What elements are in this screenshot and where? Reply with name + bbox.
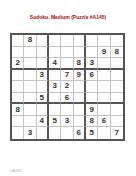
sudoku-cell-r7c4 bbox=[49, 104, 61, 116]
sudoku-cell-r5c8 bbox=[98, 81, 110, 93]
sudoku-cell-r7c7: 9 bbox=[86, 104, 98, 116]
sudoku-cell-r7c1: 8 bbox=[12, 104, 24, 116]
sudoku-cell-r1c6 bbox=[74, 35, 86, 47]
sudoku-cell-r4c6: 9 bbox=[74, 70, 86, 82]
sudoku-cell-r7c8 bbox=[98, 104, 110, 116]
sudoku-cell-r2c8: 9 bbox=[98, 47, 110, 59]
sudoku-cell-r2c6 bbox=[74, 47, 86, 59]
sudoku-cell-r2c5 bbox=[61, 47, 73, 59]
sudoku-cell-r1c4 bbox=[49, 35, 61, 47]
sudoku-cell-r8c9 bbox=[111, 116, 123, 128]
sudoku-cell-r4c4 bbox=[49, 70, 61, 82]
sudoku-cell-r4c1 bbox=[12, 70, 24, 82]
sudoku-cell-r7c5 bbox=[61, 104, 73, 116]
sudoku-cell-r5c3 bbox=[37, 81, 49, 93]
sudoku-cell-r5c5: 2 bbox=[61, 81, 73, 93]
sudoku-cell-r2c4 bbox=[49, 47, 61, 59]
sudoku-cell-r8c3: 4 bbox=[37, 116, 49, 128]
sudoku-cell-r3c6: 8 bbox=[74, 58, 86, 70]
sudoku-cell-r1c8 bbox=[98, 35, 110, 47]
sudoku-cell-r9c8 bbox=[98, 127, 110, 139]
sudoku-cell-r3c4: 4 bbox=[49, 58, 61, 70]
sudoku-cell-r7c2 bbox=[24, 104, 36, 116]
sudoku-cell-r4c2 bbox=[24, 70, 36, 82]
sudoku-cell-r9c9: 7 bbox=[111, 127, 123, 139]
sudoku-cell-r8c1 bbox=[12, 116, 24, 128]
sudoku-cell-r3c1: 2 bbox=[12, 58, 24, 70]
sudoku-cell-r5c1 bbox=[12, 81, 24, 93]
sudoku-cell-r3c7: 3 bbox=[86, 58, 98, 70]
sudoku-cell-r9c5 bbox=[61, 127, 73, 139]
sudoku-board: 89824833796325689453863657 bbox=[10, 33, 125, 141]
sudoku-cell-r5c6 bbox=[74, 81, 86, 93]
sudoku-cell-r9c6: 6 bbox=[74, 127, 86, 139]
sudoku-cell-r8c5: 3 bbox=[61, 116, 73, 128]
sudoku-cell-r1c3 bbox=[37, 35, 49, 47]
sudoku-cell-r7c9 bbox=[111, 104, 123, 116]
sudoku-cell-r8c4: 5 bbox=[49, 116, 61, 128]
sudoku-cell-r6c2 bbox=[24, 93, 36, 105]
sudoku-cell-r2c2 bbox=[24, 47, 36, 59]
sudoku-cell-r8c6 bbox=[74, 116, 86, 128]
sudoku-cell-r4c9 bbox=[111, 70, 123, 82]
sudoku-cell-r3c8 bbox=[98, 58, 110, 70]
sudoku-cell-r8c2 bbox=[24, 116, 36, 128]
sudoku-cell-r6c7 bbox=[86, 93, 98, 105]
sudoku-cell-r9c3 bbox=[37, 127, 49, 139]
sudoku-cell-r5c4: 3 bbox=[49, 81, 61, 93]
sudoku-cell-r6c3: 5 bbox=[37, 93, 49, 105]
sudoku-cell-r9c1 bbox=[12, 127, 24, 139]
sudoku-cell-r8c7: 8 bbox=[86, 116, 98, 128]
sudoku-cell-r4c7: 6 bbox=[86, 70, 98, 82]
sudoku-cell-r1c2: 8 bbox=[24, 35, 36, 47]
sudoku-cell-r4c3: 3 bbox=[37, 70, 49, 82]
sudoku-cell-r1c1 bbox=[12, 35, 24, 47]
sudoku-cell-r4c8 bbox=[98, 70, 110, 82]
sudoku-cell-r2c1 bbox=[12, 47, 24, 59]
sudoku-cell-r6c8 bbox=[98, 93, 110, 105]
sudoku-page: Sudoku, Medium (Puzzle #A145) 8982483379… bbox=[0, 0, 136, 176]
sudoku-cell-r2c7 bbox=[86, 47, 98, 59]
sudoku-cell-r5c7 bbox=[86, 81, 98, 93]
sudoku-cell-r6c5: 6 bbox=[61, 93, 73, 105]
sudoku-cell-r2c9: 8 bbox=[111, 47, 123, 59]
sudoku-cell-r5c9 bbox=[111, 81, 123, 93]
sudoku-cell-r6c9 bbox=[111, 93, 123, 105]
sudoku-cell-r7c6 bbox=[74, 104, 86, 116]
sudoku-cell-r1c9 bbox=[111, 35, 123, 47]
sudoku-cell-r8c8: 6 bbox=[98, 116, 110, 128]
sudoku-cell-r3c3 bbox=[37, 58, 49, 70]
sudoku-cell-r9c7: 5 bbox=[86, 127, 98, 139]
sudoku-cell-r6c6 bbox=[74, 93, 86, 105]
sudoku-cell-r1c7 bbox=[86, 35, 98, 47]
sudoku-cell-r3c5 bbox=[61, 58, 73, 70]
sudoku-cell-r4c5: 7 bbox=[61, 70, 73, 82]
sudoku-cell-r9c2: 3 bbox=[24, 127, 36, 139]
sudoku-cell-r7c3 bbox=[37, 104, 49, 116]
sudoku-cell-r6c1 bbox=[12, 93, 24, 105]
sudoku-cell-r6c4 bbox=[49, 93, 61, 105]
sudoku-cell-r3c9 bbox=[111, 58, 123, 70]
sudoku-cell-r3c2 bbox=[24, 58, 36, 70]
sudoku-cell-r5c2 bbox=[24, 81, 36, 93]
puzzle-title: Sudoku, Medium (Puzzle #A145) bbox=[0, 14, 136, 20]
sudoku-cell-r2c3 bbox=[37, 47, 49, 59]
sudoku-cell-r1c5 bbox=[61, 35, 73, 47]
footer-text: #A145 bbox=[10, 168, 22, 173]
sudoku-cell-r9c4 bbox=[49, 127, 61, 139]
